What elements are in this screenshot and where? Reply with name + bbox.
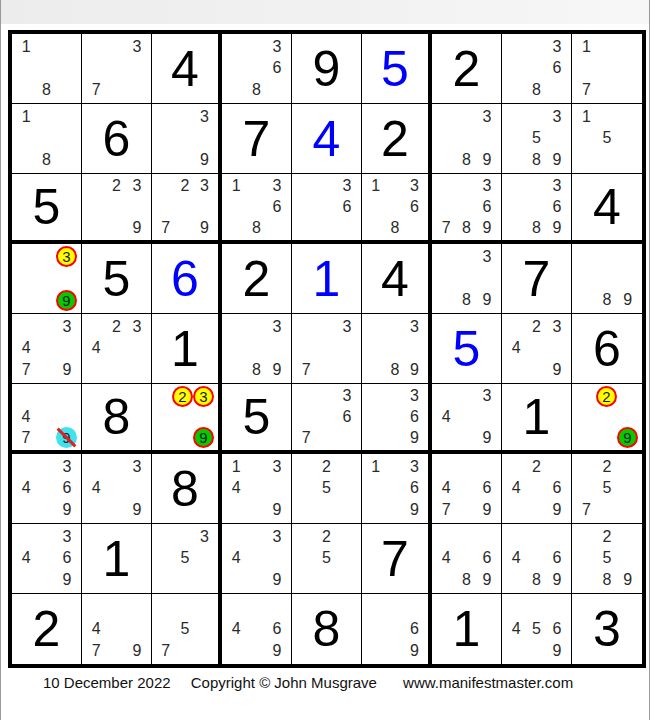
solved-digit: 5 [432, 314, 501, 383]
pencil-marks: 37 [292, 314, 361, 383]
candidate-digit: 3 [405, 176, 424, 197]
eliminated-candidate-circle: 9 [56, 427, 77, 448]
pencil-marks: 89 [572, 244, 642, 313]
candidate-digit: 5 [175, 548, 194, 570]
green-candidate-circle: 9 [56, 290, 77, 311]
candidate-digit: 3 [477, 176, 497, 197]
candidate-digit: 6 [57, 548, 77, 570]
candidate-digit: 8 [597, 569, 618, 591]
cell-r2c7: 389 [432, 104, 502, 174]
cell-r2c2: 6 [82, 104, 152, 174]
given-digit: 2 [432, 34, 501, 103]
cell-r5c5: 37 [292, 314, 362, 384]
candidate-digit: 1 [576, 36, 597, 58]
candidate-digit: 1 [226, 456, 246, 478]
candidate-digit: 4 [506, 338, 526, 360]
candidate-digit: 8 [456, 289, 476, 311]
cell-r4c2: 5 [82, 244, 152, 314]
candidate-digit: 4 [506, 478, 526, 500]
candidate-digit: 1 [366, 176, 385, 197]
candidate-digit: 4 [16, 548, 36, 570]
given-digit: 1 [432, 594, 501, 664]
cell-r4c4: 2 [222, 244, 292, 314]
candidate-digit: 3 [195, 106, 214, 128]
candidate-digit: 8 [597, 289, 618, 311]
candidate-digit: 6 [405, 618, 424, 640]
cell-r5c3: 1 [152, 314, 222, 384]
candidate-digit: 2 [106, 176, 126, 197]
candidate-digit: 8 [246, 359, 266, 381]
pencil-marks: 1368 [362, 174, 428, 240]
pencil-marks: 15 [572, 104, 642, 173]
candidate-digit: 8 [246, 217, 266, 238]
candidate-digit: 1 [16, 36, 36, 58]
cell-r1c8: 368 [502, 34, 572, 104]
candidate-digit: 2 [316, 456, 336, 478]
pencil-marks: 239 [82, 174, 151, 240]
candidate-digit: 3 [405, 386, 424, 407]
pencil-marks: 4569 [502, 594, 571, 664]
given-digit: 2 [222, 244, 291, 313]
candidate-digit: 9 [127, 217, 147, 238]
pencil-marks: 35 [152, 524, 218, 593]
candidate-digit: 4 [16, 478, 36, 500]
cell-r9c6: 69 [362, 594, 432, 664]
pencil-marks: 257 [572, 454, 642, 523]
footer-website: www.manifestmaster.com [403, 674, 573, 691]
cell-r9c7: 1 [432, 594, 502, 664]
given-digit: 5 [222, 384, 291, 450]
cell-r9c1: 2 [12, 594, 82, 664]
cell-r6c7: 349 [432, 384, 502, 454]
green-candidate-circle: 9 [193, 427, 214, 448]
pencil-marks: 4689 [502, 524, 571, 593]
candidate-digit: 9 [547, 359, 567, 381]
pencil-marks: 4689 [432, 524, 501, 593]
candidate-digit: 9 [547, 499, 567, 521]
cell-r8c1: 3469 [12, 524, 82, 594]
cell-r3c9: 4 [572, 174, 642, 244]
pencil-marks: 36789 [432, 174, 501, 240]
cell-r2c5: 4 [292, 104, 362, 174]
cell-r7c6: 1369 [362, 454, 432, 524]
pencil-marks: 29 [572, 384, 642, 450]
candidate-digit: 1 [366, 456, 385, 478]
header-bar [1, 0, 649, 24]
cell-r1c7: 2 [432, 34, 502, 104]
candidate-digit: 8 [526, 217, 546, 238]
candidate-digit: 3 [405, 456, 424, 478]
pencil-marks: 349 [82, 454, 151, 523]
pencil-marks: 479 [82, 594, 151, 664]
given-digit: 6 [82, 104, 151, 173]
pencil-marks: 69 [362, 594, 428, 664]
cell-r2c1: 18 [12, 104, 82, 174]
cell-r1c3: 4 [152, 34, 222, 104]
candidate-digit: 2 [316, 526, 336, 548]
cell-r1c6: 5 [362, 34, 432, 104]
candidate-digit: 3 [195, 526, 214, 548]
candidate-digit: 3 [267, 456, 287, 478]
candidate-digit: 3 [57, 456, 77, 478]
candidate-digit: 7 [576, 79, 597, 101]
cell-r3c8: 3689 [502, 174, 572, 244]
cell-r7c3: 8 [152, 454, 222, 524]
candidate-digit: 9 [267, 569, 287, 591]
given-digit: 8 [82, 384, 151, 450]
cell-r7c8: 2469 [502, 454, 572, 524]
candidate-digit: 2 [526, 316, 546, 338]
candidate-digit: 8 [526, 79, 546, 101]
candidate-digit: 6 [337, 407, 357, 428]
pencil-marks: 389 [222, 314, 291, 383]
given-digit: 4 [362, 244, 428, 313]
candidate-digit: 9 [267, 359, 287, 381]
candidate-digit: 6 [267, 58, 287, 80]
solved-digit: 5 [362, 34, 428, 103]
pencil-marks: 18 [12, 34, 81, 103]
candidate-digit: 8 [246, 79, 266, 101]
candidate-digit: 9 [477, 149, 497, 171]
cell-r7c1: 3469 [12, 454, 82, 524]
cell-r1c1: 18 [12, 34, 82, 104]
candidate-digit: 3 [547, 106, 567, 128]
cell-r9c5: 8 [292, 594, 362, 664]
candidate-digit: 9 [405, 499, 424, 521]
given-digit: 5 [82, 244, 151, 313]
candidate-digit: 3 [405, 316, 424, 338]
candidate-digit: 3 [477, 246, 497, 268]
candidate-digit: 5 [597, 478, 618, 500]
candidate-digit: 1 [226, 176, 246, 197]
candidate-digit: 9 [57, 499, 77, 521]
cell-r4c9: 89 [572, 244, 642, 314]
pencil-marks: 234 [82, 314, 151, 383]
pencil-marks: 1368 [222, 174, 291, 240]
cell-r4c5: 1 [292, 244, 362, 314]
given-digit: 3 [572, 594, 642, 664]
pencil-marks: 17 [572, 34, 642, 103]
candidate-digit: 8 [456, 217, 476, 238]
cell-r7c7: 4679 [432, 454, 502, 524]
candidate-digit: 8 [526, 569, 546, 591]
cell-r9c4: 469 [222, 594, 292, 664]
candidate-digit: 3 [127, 316, 147, 338]
candidate-digit: 4 [86, 478, 106, 500]
candidate-digit: 5 [175, 618, 194, 640]
pencil-marks: 57 [152, 594, 218, 664]
pencil-marks: 3479 [12, 314, 81, 383]
pencil-marks: 367 [292, 384, 361, 450]
candidate-digit: 8 [385, 359, 404, 381]
candidate-digit: 3 [477, 386, 497, 407]
candidate-digit: 3 [267, 316, 287, 338]
cell-r6c1: 479 [12, 384, 82, 454]
cell-r1c2: 37 [82, 34, 152, 104]
candidate-digit: 7 [436, 217, 456, 238]
pencil-marks: 479 [12, 384, 81, 450]
candidate-digit: 9 [477, 499, 497, 521]
cell-r9c9: 3 [572, 594, 642, 664]
cell-r1c4: 368 [222, 34, 292, 104]
candidate-digit: 1 [576, 106, 597, 128]
candidate-digit: 9 [477, 217, 497, 238]
cell-r4c3: 6 [152, 244, 222, 314]
pencil-marks: 1349 [222, 454, 291, 523]
pencil-marks: 1369 [362, 454, 428, 523]
cell-r2c4: 7 [222, 104, 292, 174]
cell-r9c3: 57 [152, 594, 222, 664]
candidate-digit: 7 [156, 640, 175, 662]
footer-date: 10 December 2022 [43, 674, 171, 691]
candidate-digit: 6 [405, 197, 424, 218]
candidate-digit: 7 [576, 499, 597, 521]
candidate-digit: 4 [436, 478, 456, 500]
pencil-marks: 25 [292, 454, 361, 523]
yellow-candidate-circle: 2 [596, 386, 617, 407]
sudoku-page: 1837436895236817186397423893589155239237… [0, 0, 650, 720]
candidate-digit: 6 [547, 478, 567, 500]
candidate-digit: 9 [405, 359, 424, 381]
footer-copyright: Copyright © John Musgrave [191, 674, 377, 691]
candidate-digit: 9 [477, 427, 497, 448]
candidate-digit: 9 [57, 359, 77, 381]
candidate-digit: 3 [547, 36, 567, 58]
candidate-digit: 9 [547, 217, 567, 238]
candidate-digit: 9 [547, 569, 567, 591]
cell-r7c9: 257 [572, 454, 642, 524]
candidate-digit: 9 [195, 217, 214, 238]
candidate-digit: 7 [296, 427, 316, 448]
pencil-marks: 4679 [432, 454, 501, 523]
solved-digit: 4 [292, 104, 361, 173]
candidate-digit: 6 [405, 407, 424, 428]
cell-r6c4: 5 [222, 384, 292, 454]
pencil-marks: 389 [432, 244, 501, 313]
candidate-digit: 6 [477, 197, 497, 218]
cell-r4c1: 39 [12, 244, 82, 314]
candidate-digit: 7 [86, 79, 106, 101]
given-digit: 4 [572, 174, 642, 240]
cell-r8c3: 35 [152, 524, 222, 594]
candidate-digit: 8 [36, 79, 56, 101]
pencil-marks: 469 [222, 594, 291, 664]
candidate-digit: 2 [106, 316, 126, 338]
solved-digit: 6 [152, 244, 218, 313]
given-digit: 7 [222, 104, 291, 173]
cell-r5c1: 3479 [12, 314, 82, 384]
candidate-digit: 5 [526, 618, 546, 640]
candidate-digit: 3 [337, 176, 357, 197]
candidate-digit: 3 [127, 456, 147, 478]
pencil-marks: 25 [292, 524, 361, 593]
pencil-marks: 2349 [502, 314, 571, 383]
cell-r5c2: 234 [82, 314, 152, 384]
candidate-digit: 9 [195, 149, 214, 171]
candidate-digit: 4 [226, 618, 246, 640]
cell-r6c3: 239 [152, 384, 222, 454]
candidate-digit: 6 [547, 548, 567, 570]
candidate-digit: 3 [267, 176, 287, 197]
pencil-marks: 3469 [12, 524, 81, 593]
candidate-digit: 2 [526, 456, 546, 478]
cell-r6c8: 1 [502, 384, 572, 454]
candidate-digit: 6 [547, 58, 567, 80]
given-digit: 1 [502, 384, 571, 450]
candidate-digit: 9 [267, 499, 287, 521]
pencil-marks: 3689 [502, 174, 571, 240]
yellow-candidate-circle: 2 [172, 386, 193, 407]
given-digit: 8 [292, 594, 361, 664]
candidate-digit: 6 [477, 548, 497, 570]
cell-r5c9: 6 [572, 314, 642, 384]
candidate-digit: 8 [526, 149, 546, 171]
candidate-digit: 4 [86, 338, 106, 360]
candidate-digit: 5 [597, 128, 618, 150]
cell-r3c6: 1368 [362, 174, 432, 244]
candidate-digit: 6 [337, 197, 357, 218]
candidate-digit: 9 [405, 427, 424, 448]
candidate-digit: 4 [506, 618, 526, 640]
pencil-marks: 349 [222, 524, 291, 593]
candidate-digit: 6 [547, 618, 567, 640]
given-digit: 7 [502, 244, 571, 313]
candidate-digit: 6 [547, 197, 567, 218]
pencil-marks: 239 [152, 384, 218, 450]
pencil-marks: 368 [502, 34, 571, 103]
pencil-marks: 2589 [572, 524, 642, 593]
candidate-digit: 3 [267, 526, 287, 548]
cell-r1c9: 17 [572, 34, 642, 104]
candidate-digit: 3 [547, 176, 567, 197]
pencil-marks: 36 [292, 174, 361, 240]
candidate-digit: 4 [506, 548, 526, 570]
candidate-digit: 2 [175, 176, 194, 197]
cell-r9c8: 4569 [502, 594, 572, 664]
candidate-digit: 4 [16, 407, 36, 428]
candidate-digit: 8 [456, 149, 476, 171]
cell-r4c6: 4 [362, 244, 432, 314]
yellow-candidate-circle: 3 [56, 246, 77, 267]
given-digit: 4 [152, 34, 218, 103]
candidate-digit: 4 [226, 478, 246, 500]
footer: 10 December 2022 Copyright © John Musgra… [43, 674, 573, 691]
pencil-marks: 3469 [12, 454, 81, 523]
candidate-digit: 7 [16, 427, 36, 448]
candidate-digit: 5 [526, 128, 546, 150]
candidate-digit: 9 [477, 289, 497, 311]
candidate-digit: 3 [337, 386, 357, 407]
pencil-marks: 368 [222, 34, 291, 103]
cell-r5c8: 2349 [502, 314, 572, 384]
candidate-digit: 3 [477, 106, 497, 128]
pencil-marks: 39 [152, 104, 218, 173]
pencil-marks: 389 [432, 104, 501, 173]
pencil-marks: 349 [432, 384, 501, 450]
candidate-digit: 9 [267, 640, 287, 662]
candidate-digit: 3 [127, 36, 147, 58]
cell-r3c7: 36789 [432, 174, 502, 244]
candidate-digit: 9 [405, 640, 424, 662]
candidate-digit: 6 [267, 618, 287, 640]
candidate-digit: 5 [597, 548, 618, 570]
given-digit: 8 [152, 454, 218, 523]
given-digit: 6 [572, 314, 642, 383]
candidate-digit: 7 [16, 359, 36, 381]
pencil-marks: 2469 [502, 454, 571, 523]
candidate-digit: 6 [267, 197, 287, 218]
candidate-digit: 4 [86, 618, 106, 640]
pencil-marks: 37 [82, 34, 151, 103]
candidate-digit: 3 [195, 176, 214, 197]
given-digit: 5 [12, 174, 81, 240]
cell-r8c7: 4689 [432, 524, 502, 594]
pencil-marks: 3589 [502, 104, 571, 173]
cell-r3c4: 1368 [222, 174, 292, 244]
candidate-digit: 3 [547, 316, 567, 338]
cell-r9c2: 479 [82, 594, 152, 664]
cell-r8c9: 2589 [572, 524, 642, 594]
cell-r4c8: 7 [502, 244, 572, 314]
pencil-marks: 2379 [152, 174, 218, 240]
cell-r8c6: 7 [362, 524, 432, 594]
candidate-digit: 3 [267, 36, 287, 58]
solved-digit: 1 [292, 244, 361, 313]
candidate-digit: 9 [617, 289, 638, 311]
candidate-digit: 3 [57, 526, 77, 548]
cell-r2c8: 3589 [502, 104, 572, 174]
candidate-digit: 1 [16, 106, 36, 128]
cell-r5c7: 5 [432, 314, 502, 384]
candidate-digit: 7 [156, 217, 175, 238]
cell-r7c5: 25 [292, 454, 362, 524]
cell-r7c2: 349 [82, 454, 152, 524]
candidate-digit: 3 [127, 176, 147, 197]
cell-r2c9: 15 [572, 104, 642, 174]
candidate-digit: 5 [316, 548, 336, 570]
cell-r1c5: 9 [292, 34, 362, 104]
given-digit: 2 [12, 594, 81, 664]
cell-r6c6: 369 [362, 384, 432, 454]
cell-r2c6: 2 [362, 104, 432, 174]
given-digit: 2 [362, 104, 428, 173]
green-candidate-circle: 9 [617, 427, 638, 448]
candidate-digit: 9 [127, 640, 147, 662]
candidate-digit: 9 [57, 569, 77, 591]
candidate-digit: 9 [127, 499, 147, 521]
cell-r8c5: 25 [292, 524, 362, 594]
given-digit: 7 [362, 524, 428, 593]
candidate-digit: 6 [57, 478, 77, 500]
candidate-digit: 9 [477, 569, 497, 591]
candidate-digit: 4 [16, 338, 36, 360]
cell-r6c5: 367 [292, 384, 362, 454]
yellow-candidate-circle: 3 [193, 386, 214, 407]
candidate-digit: 7 [436, 499, 456, 521]
candidate-digit: 6 [477, 478, 497, 500]
candidate-digit: 7 [86, 640, 106, 662]
given-digit: 1 [152, 314, 218, 383]
candidate-digit: 3 [337, 316, 357, 338]
candidate-digit: 9 [547, 149, 567, 171]
candidate-digit: 4 [436, 407, 456, 428]
candidate-digit: 2 [597, 456, 618, 478]
candidate-digit: 4 [436, 548, 456, 570]
candidate-digit: 2 [597, 526, 618, 548]
cell-r5c6: 389 [362, 314, 432, 384]
cell-r5c4: 389 [222, 314, 292, 384]
pencil-marks: 389 [362, 314, 428, 383]
